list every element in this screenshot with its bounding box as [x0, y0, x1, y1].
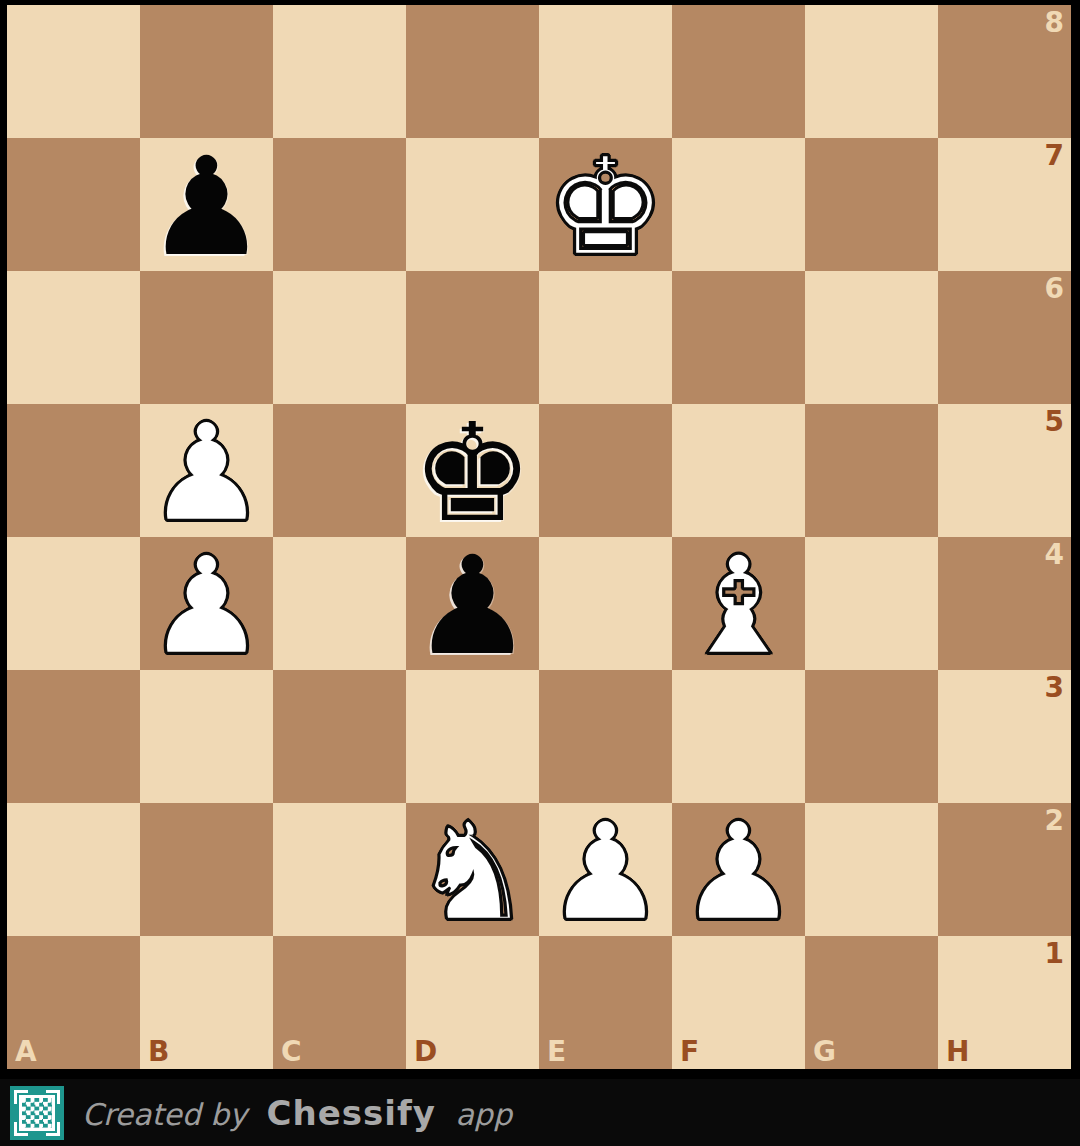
square-c5[interactable]	[273, 404, 406, 537]
file-label-h: H	[946, 1037, 969, 1067]
square-c1[interactable]: C	[273, 936, 406, 1069]
rank-label-5: 5	[1045, 407, 1064, 437]
file-label-d: D	[414, 1037, 437, 1067]
square-f6[interactable]	[672, 271, 805, 404]
chess-board: 8♟♚76♟♚5♟♟♝43♞♟♟2ABCDEFG1H	[7, 5, 1071, 1069]
square-h5[interactable]: 5	[938, 404, 1071, 537]
square-h7[interactable]: 7	[938, 138, 1071, 271]
white-pawn: ♟	[140, 407, 273, 540]
rank-label-7: 7	[1045, 141, 1064, 171]
chess-board-frame: 8♟♚76♟♚5♟♟♝43♞♟♟2ABCDEFG1H	[0, 0, 1080, 1079]
app-text: app	[446, 1097, 512, 1132]
white-king: ♚	[539, 141, 672, 274]
square-g5[interactable]	[805, 404, 938, 537]
rank-label-8: 8	[1045, 8, 1064, 38]
square-d6[interactable]	[406, 271, 539, 404]
square-f5[interactable]	[672, 404, 805, 537]
square-e4[interactable]	[539, 537, 672, 670]
white-bishop: ♝	[672, 540, 805, 673]
square-g2[interactable]	[805, 803, 938, 936]
square-b1[interactable]: B	[140, 936, 273, 1069]
file-label-e: E	[547, 1037, 566, 1067]
white-pawn: ♟	[539, 806, 672, 939]
black-king: ♚	[406, 407, 539, 540]
square-h1[interactable]: 1H	[938, 936, 1071, 1069]
square-d3[interactable]	[406, 670, 539, 803]
square-c6[interactable]	[273, 271, 406, 404]
black-pawn: ♟	[406, 540, 539, 673]
square-a2[interactable]	[7, 803, 140, 936]
chessify-logo-icon	[10, 1086, 64, 1140]
square-h2[interactable]: 2	[938, 803, 1071, 936]
file-label-b: B	[148, 1037, 169, 1067]
square-b6[interactable]	[140, 271, 273, 404]
square-a4[interactable]	[7, 537, 140, 670]
white-knight: ♞	[406, 806, 539, 939]
square-a6[interactable]	[7, 271, 140, 404]
square-b5[interactable]: ♟	[140, 404, 273, 537]
square-c8[interactable]	[273, 5, 406, 138]
square-b7[interactable]: ♟	[140, 138, 273, 271]
square-e6[interactable]	[539, 271, 672, 404]
square-c4[interactable]	[273, 537, 406, 670]
square-b4[interactable]: ♟	[140, 537, 273, 670]
square-b3[interactable]	[140, 670, 273, 803]
white-pawn: ♟	[140, 540, 273, 673]
square-d2[interactable]: ♞	[406, 803, 539, 936]
square-d8[interactable]	[406, 5, 539, 138]
footer: Created by Chessify app	[0, 1079, 1080, 1146]
square-a7[interactable]	[7, 138, 140, 271]
logo-bracket-top-right	[46, 1090, 60, 1104]
square-f3[interactable]	[672, 670, 805, 803]
square-c3[interactable]	[273, 670, 406, 803]
footer-credit: Created by Chessify app	[82, 1093, 512, 1133]
created-by-text: Created by	[82, 1097, 257, 1132]
square-e5[interactable]	[539, 404, 672, 537]
rank-label-4: 4	[1045, 540, 1064, 570]
square-h6[interactable]: 6	[938, 271, 1071, 404]
square-f2[interactable]: ♟	[672, 803, 805, 936]
square-d5[interactable]: ♚	[406, 404, 539, 537]
logo-bracket-top-left	[14, 1090, 28, 1104]
black-pawn: ♟	[140, 141, 273, 274]
square-d1[interactable]: D	[406, 936, 539, 1069]
square-c2[interactable]	[273, 803, 406, 936]
square-f7[interactable]	[672, 138, 805, 271]
brand-text: Chessify	[267, 1093, 436, 1133]
square-f1[interactable]: F	[672, 936, 805, 1069]
square-g7[interactable]	[805, 138, 938, 271]
square-d4[interactable]: ♟	[406, 537, 539, 670]
square-d7[interactable]	[406, 138, 539, 271]
square-g4[interactable]	[805, 537, 938, 670]
logo-bracket-bottom-right	[46, 1122, 60, 1136]
logo-bracket-bottom-left	[14, 1122, 28, 1136]
square-h4[interactable]: 4	[938, 537, 1071, 670]
white-pawn: ♟	[672, 806, 805, 939]
square-e7[interactable]: ♚	[539, 138, 672, 271]
rank-label-3: 3	[1045, 673, 1064, 703]
square-e8[interactable]	[539, 5, 672, 138]
square-g8[interactable]	[805, 5, 938, 138]
file-label-a: A	[15, 1037, 37, 1067]
square-g3[interactable]	[805, 670, 938, 803]
square-h3[interactable]: 3	[938, 670, 1071, 803]
square-e3[interactable]	[539, 670, 672, 803]
file-label-c: C	[281, 1037, 302, 1067]
chessify-diagram: 8♟♚76♟♚5♟♟♝43♞♟♟2ABCDEFG1H Created by Ch…	[0, 0, 1080, 1146]
square-b8[interactable]	[140, 5, 273, 138]
square-a1[interactable]: A	[7, 936, 140, 1069]
square-f4[interactable]: ♝	[672, 537, 805, 670]
square-e1[interactable]: E	[539, 936, 672, 1069]
square-h8[interactable]: 8	[938, 5, 1071, 138]
square-g6[interactable]	[805, 271, 938, 404]
file-label-g: G	[813, 1037, 836, 1067]
square-f8[interactable]	[672, 5, 805, 138]
square-e2[interactable]: ♟	[539, 803, 672, 936]
square-a8[interactable]	[7, 5, 140, 138]
square-c7[interactable]	[273, 138, 406, 271]
square-b2[interactable]	[140, 803, 273, 936]
rank-label-1: 1	[1045, 939, 1064, 969]
square-a5[interactable]	[7, 404, 140, 537]
square-a3[interactable]	[7, 670, 140, 803]
file-label-f: F	[680, 1037, 699, 1067]
rank-label-6: 6	[1045, 274, 1064, 304]
rank-label-2: 2	[1045, 806, 1064, 836]
square-g1[interactable]: G	[805, 936, 938, 1069]
